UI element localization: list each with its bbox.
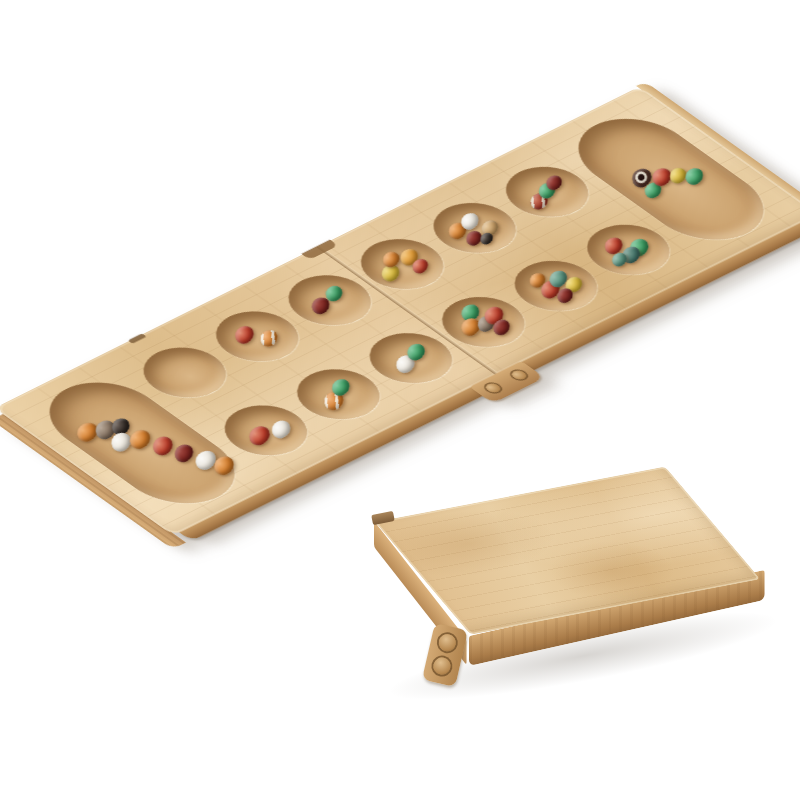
hinge-pin-icon bbox=[437, 633, 457, 653]
open-board-face bbox=[0, 86, 800, 535]
mancala-board-open bbox=[0, 86, 800, 535]
maroon-gem-stone bbox=[172, 441, 197, 465]
store-left[interactable] bbox=[25, 368, 259, 517]
red-gem-stone bbox=[150, 433, 176, 458]
banded-gem-stone bbox=[257, 327, 280, 349]
store-right[interactable] bbox=[554, 105, 788, 254]
hinge-pin-icon bbox=[432, 656, 452, 676]
product-photo-scene bbox=[0, 0, 800, 800]
green-gem-stone bbox=[683, 165, 706, 187]
latch-slot bbox=[128, 333, 147, 343]
orange-gem-stone bbox=[127, 427, 154, 452]
red-gem-stone bbox=[246, 423, 273, 448]
white-gem-stone bbox=[269, 417, 294, 441]
red-gem-stone bbox=[232, 323, 257, 347]
